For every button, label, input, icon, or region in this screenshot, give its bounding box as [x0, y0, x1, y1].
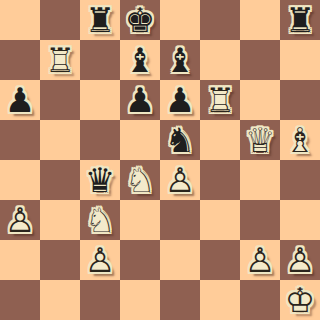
square-b7[interactable]: ♜♖	[40, 40, 80, 80]
square-b8[interactable]	[40, 0, 80, 40]
square-e7[interactable]: ♝	[160, 40, 200, 80]
piece-detail-glyph: ♖	[200, 80, 240, 120]
square-c4[interactable]: ♛	[80, 160, 120, 200]
piece-detail-glyph: ♖	[40, 40, 80, 80]
piece-glyph: ♟	[160, 80, 200, 120]
square-g2[interactable]: ♟♙	[240, 240, 280, 280]
square-b1[interactable]	[40, 280, 80, 320]
piece-detail-glyph: ♙	[160, 160, 200, 200]
square-h4[interactable]	[280, 160, 320, 200]
chess-board: ♜♚♜♜♖♝♝♟♟♟♜♖♞♛♕♝♗♛♞♘♟♙♟♙♞♘♟♙♟♙♟♙♚♔	[0, 0, 320, 320]
square-e1[interactable]	[160, 280, 200, 320]
piece-white-rook[interactable]: ♜♖	[200, 80, 240, 120]
piece-black-pawn[interactable]: ♟	[160, 80, 200, 120]
square-e8[interactable]	[160, 0, 200, 40]
square-c7[interactable]	[80, 40, 120, 80]
square-b4[interactable]	[40, 160, 80, 200]
square-h7[interactable]	[280, 40, 320, 80]
piece-glyph: ♜	[80, 0, 120, 40]
piece-black-rook[interactable]: ♜	[280, 0, 320, 40]
square-b2[interactable]	[40, 240, 80, 280]
square-g5[interactable]: ♛♕	[240, 120, 280, 160]
piece-white-rook[interactable]: ♜♖	[40, 40, 80, 80]
piece-white-bishop[interactable]: ♝♗	[280, 120, 320, 160]
piece-white-pawn[interactable]: ♟♙	[80, 240, 120, 280]
piece-glyph: ♟	[0, 80, 40, 120]
square-d3[interactable]	[120, 200, 160, 240]
square-f5[interactable]	[200, 120, 240, 160]
square-d5[interactable]	[120, 120, 160, 160]
piece-detail-glyph: ♙	[280, 240, 320, 280]
piece-black-king[interactable]: ♚	[120, 0, 160, 40]
square-d6[interactable]: ♟	[120, 80, 160, 120]
piece-detail-glyph: ♔	[280, 280, 320, 320]
square-a5[interactable]	[0, 120, 40, 160]
square-f1[interactable]	[200, 280, 240, 320]
square-f6[interactable]: ♜♖	[200, 80, 240, 120]
square-a3[interactable]: ♟♙	[0, 200, 40, 240]
piece-white-queen[interactable]: ♛♕	[240, 120, 280, 160]
square-f4[interactable]	[200, 160, 240, 200]
square-e6[interactable]: ♟	[160, 80, 200, 120]
square-e2[interactable]	[160, 240, 200, 280]
square-h2[interactable]: ♟♙	[280, 240, 320, 280]
piece-black-pawn[interactable]: ♟	[120, 80, 160, 120]
piece-black-bishop[interactable]: ♝	[160, 40, 200, 80]
square-f7[interactable]	[200, 40, 240, 80]
square-f3[interactable]	[200, 200, 240, 240]
square-g3[interactable]	[240, 200, 280, 240]
square-h1[interactable]: ♚♔	[280, 280, 320, 320]
piece-glyph: ♚	[120, 0, 160, 40]
square-e4[interactable]: ♟♙	[160, 160, 200, 200]
square-f8[interactable]	[200, 0, 240, 40]
piece-glyph: ♟	[120, 80, 160, 120]
square-d8[interactable]: ♚	[120, 0, 160, 40]
piece-black-queen[interactable]: ♛	[80, 160, 120, 200]
piece-glyph: ♞	[160, 120, 200, 160]
square-a1[interactable]	[0, 280, 40, 320]
piece-detail-glyph: ♘	[80, 200, 120, 240]
piece-detail-glyph: ♗	[280, 120, 320, 160]
square-b3[interactable]	[40, 200, 80, 240]
square-g6[interactable]	[240, 80, 280, 120]
square-c2[interactable]: ♟♙	[80, 240, 120, 280]
square-c5[interactable]	[80, 120, 120, 160]
square-f2[interactable]	[200, 240, 240, 280]
piece-white-knight[interactable]: ♞♘	[120, 160, 160, 200]
square-e3[interactable]	[160, 200, 200, 240]
square-h8[interactable]: ♜	[280, 0, 320, 40]
square-c6[interactable]	[80, 80, 120, 120]
square-c8[interactable]: ♜	[80, 0, 120, 40]
piece-detail-glyph: ♘	[120, 160, 160, 200]
piece-white-king[interactable]: ♚♔	[280, 280, 320, 320]
piece-white-pawn[interactable]: ♟♙	[0, 200, 40, 240]
piece-detail-glyph: ♕	[240, 120, 280, 160]
square-g8[interactable]	[240, 0, 280, 40]
piece-white-pawn[interactable]: ♟♙	[280, 240, 320, 280]
square-a6[interactable]: ♟	[0, 80, 40, 120]
piece-white-pawn[interactable]: ♟♙	[240, 240, 280, 280]
square-b6[interactable]	[40, 80, 80, 120]
piece-black-bishop[interactable]: ♝	[120, 40, 160, 80]
piece-glyph: ♛	[80, 160, 120, 200]
square-b5[interactable]	[40, 120, 80, 160]
piece-white-pawn[interactable]: ♟♙	[160, 160, 200, 200]
square-a7[interactable]	[0, 40, 40, 80]
piece-detail-glyph: ♙	[240, 240, 280, 280]
square-a4[interactable]	[0, 160, 40, 200]
square-e5[interactable]: ♞	[160, 120, 200, 160]
piece-detail-glyph: ♙	[80, 240, 120, 280]
piece-glyph: ♜	[280, 0, 320, 40]
square-d4[interactable]: ♞♘	[120, 160, 160, 200]
piece-black-rook[interactable]: ♜	[80, 0, 120, 40]
piece-black-pawn[interactable]: ♟	[0, 80, 40, 120]
piece-white-knight[interactable]: ♞♘	[80, 200, 120, 240]
square-d7[interactable]: ♝	[120, 40, 160, 80]
square-h6[interactable]	[280, 80, 320, 120]
piece-detail-glyph: ♙	[0, 200, 40, 240]
square-d1[interactable]	[120, 280, 160, 320]
square-g4[interactable]	[240, 160, 280, 200]
square-g7[interactable]	[240, 40, 280, 80]
square-d2[interactable]	[120, 240, 160, 280]
piece-glyph: ♝	[160, 40, 200, 80]
square-g1[interactable]	[240, 280, 280, 320]
square-h5[interactable]: ♝♗	[280, 120, 320, 160]
square-c1[interactable]	[80, 280, 120, 320]
square-a8[interactable]	[0, 0, 40, 40]
piece-black-knight[interactable]: ♞	[160, 120, 200, 160]
square-h3[interactable]	[280, 200, 320, 240]
piece-glyph: ♝	[120, 40, 160, 80]
square-c3[interactable]: ♞♘	[80, 200, 120, 240]
square-a2[interactable]	[0, 240, 40, 280]
